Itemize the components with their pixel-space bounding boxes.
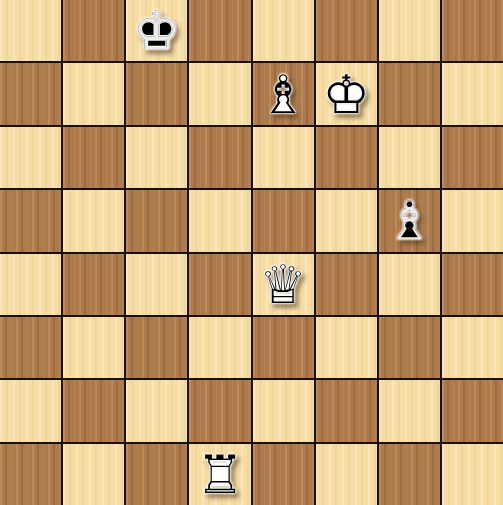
square-c6[interactable] (126, 127, 187, 188)
square-b5[interactable] (63, 190, 124, 251)
square-g4[interactable] (379, 254, 440, 315)
square-a3[interactable] (0, 317, 61, 378)
chess-board: ♚♔♝♗♚♔♝♗♛♕♜♖ (0, 0, 503, 505)
square-c1[interactable] (126, 444, 187, 505)
square-e8[interactable] (253, 0, 314, 61)
square-d1[interactable]: ♜♖ (189, 444, 250, 505)
square-e6[interactable] (253, 127, 314, 188)
square-a1[interactable] (0, 444, 61, 505)
white-rook[interactable]: ♜♖ (196, 448, 244, 501)
square-f4[interactable] (316, 254, 377, 315)
square-e2[interactable] (253, 380, 314, 441)
square-g2[interactable] (379, 380, 440, 441)
black-king[interactable]: ♚♔ (133, 4, 181, 57)
black-bishop[interactable]: ♝♗ (386, 194, 434, 247)
square-a4[interactable] (0, 254, 61, 315)
square-f6[interactable] (316, 127, 377, 188)
square-h6[interactable] (442, 127, 503, 188)
square-b3[interactable] (63, 317, 124, 378)
white-king[interactable]: ♚♔ (322, 68, 370, 121)
square-f1[interactable] (316, 444, 377, 505)
square-g5[interactable]: ♝♗ (379, 190, 440, 251)
square-a2[interactable] (0, 380, 61, 441)
queen-glyph-outline: ♕ (259, 258, 307, 311)
square-e7[interactable]: ♝♗ (253, 63, 314, 124)
square-g8[interactable] (379, 0, 440, 61)
square-h8[interactable] (442, 0, 503, 61)
square-h5[interactable] (442, 190, 503, 251)
king-glyph-outline: ♔ (322, 68, 370, 121)
square-f8[interactable] (316, 0, 377, 61)
square-f2[interactable] (316, 380, 377, 441)
square-f3[interactable] (316, 317, 377, 378)
square-f5[interactable] (316, 190, 377, 251)
square-d7[interactable] (189, 63, 250, 124)
square-c4[interactable] (126, 254, 187, 315)
square-h4[interactable] (442, 254, 503, 315)
square-c5[interactable] (126, 190, 187, 251)
square-d4[interactable] (189, 254, 250, 315)
square-d5[interactable] (189, 190, 250, 251)
square-a8[interactable] (0, 0, 61, 61)
square-d8[interactable] (189, 0, 250, 61)
bishop-glyph-outline: ♗ (259, 68, 307, 121)
square-b6[interactable] (63, 127, 124, 188)
square-b2[interactable] (63, 380, 124, 441)
square-f7[interactable]: ♚♔ (316, 63, 377, 124)
rook-glyph-outline: ♖ (196, 448, 244, 501)
king-glyph-outline: ♔ (133, 4, 181, 57)
square-c2[interactable] (126, 380, 187, 441)
square-g7[interactable] (379, 63, 440, 124)
square-e5[interactable] (253, 190, 314, 251)
square-c8[interactable]: ♚♔ (126, 0, 187, 61)
square-h3[interactable] (442, 317, 503, 378)
square-b7[interactable] (63, 63, 124, 124)
square-e4[interactable]: ♛♕ (253, 254, 314, 315)
white-queen[interactable]: ♛♕ (259, 258, 307, 311)
square-c7[interactable] (126, 63, 187, 124)
square-g1[interactable] (379, 444, 440, 505)
square-e1[interactable] (253, 444, 314, 505)
square-d3[interactable] (189, 317, 250, 378)
bishop-glyph-outline: ♗ (386, 194, 434, 247)
square-b1[interactable] (63, 444, 124, 505)
square-e3[interactable] (253, 317, 314, 378)
square-h1[interactable] (442, 444, 503, 505)
square-b4[interactable] (63, 254, 124, 315)
square-b8[interactable] (63, 0, 124, 61)
square-g3[interactable] (379, 317, 440, 378)
square-d2[interactable] (189, 380, 250, 441)
square-d6[interactable] (189, 127, 250, 188)
square-c3[interactable] (126, 317, 187, 378)
square-h7[interactable] (442, 63, 503, 124)
square-a6[interactable] (0, 127, 61, 188)
square-g6[interactable] (379, 127, 440, 188)
square-a5[interactable] (0, 190, 61, 251)
white-bishop[interactable]: ♝♗ (259, 68, 307, 121)
square-h2[interactable] (442, 380, 503, 441)
square-a7[interactable] (0, 63, 61, 124)
